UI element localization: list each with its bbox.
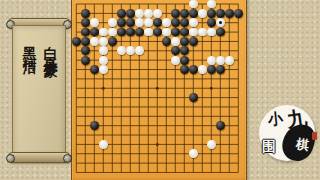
stone-white xyxy=(99,37,108,46)
stone-black xyxy=(81,56,90,65)
stone-black xyxy=(171,28,180,37)
stone-black xyxy=(216,9,225,18)
logo-char-jiu: 九 xyxy=(285,105,309,135)
stone-black xyxy=(207,65,216,74)
stone-black xyxy=(126,18,135,27)
video-thumbnail: 白 辜梓豪 黑 柯洁 小 九 围 棋 xyxy=(0,0,320,180)
logo-char-wei: 围 xyxy=(262,138,276,156)
stone-white xyxy=(189,28,198,37)
star-point xyxy=(102,87,105,90)
stone-black xyxy=(189,9,198,18)
scroll-roller-cap xyxy=(6,154,15,163)
stone-black xyxy=(189,93,198,102)
stone-white xyxy=(135,46,144,55)
logo-red-seal xyxy=(312,132,317,140)
stone-black xyxy=(180,56,189,65)
stone-black xyxy=(81,46,90,55)
stone-black xyxy=(81,28,90,37)
stone-black xyxy=(189,65,198,74)
stone-black xyxy=(171,46,180,55)
stone-white xyxy=(216,18,225,27)
player-scroll: 白 辜梓豪 黑 柯洁 xyxy=(8,18,68,163)
stone-black xyxy=(234,9,243,18)
stone-black xyxy=(90,65,99,74)
stone-black xyxy=(81,37,90,46)
stone-black xyxy=(81,9,90,18)
logo-char-qi: 棋 xyxy=(295,135,310,155)
stone-white xyxy=(171,37,180,46)
stone-black xyxy=(81,18,90,27)
star-point xyxy=(156,87,159,90)
stone-black xyxy=(153,18,162,27)
stone-white xyxy=(90,18,99,27)
stone-black xyxy=(180,46,189,55)
stone-white xyxy=(189,0,198,8)
scroll-body: 白 辜梓豪 黑 柯洁 xyxy=(12,25,66,158)
stone-white xyxy=(171,56,180,65)
stone-black xyxy=(90,121,99,130)
stone-white xyxy=(99,46,108,55)
stone-black xyxy=(117,9,126,18)
stone-black xyxy=(171,18,180,27)
stone-black xyxy=(108,37,117,46)
stone-black xyxy=(117,18,126,27)
stone-black xyxy=(216,28,225,37)
stone-white xyxy=(144,28,153,37)
scroll-bottom-roller xyxy=(8,152,70,163)
stone-white xyxy=(90,37,99,46)
stone-white xyxy=(207,56,216,65)
stone-white xyxy=(135,18,144,27)
stone-black xyxy=(162,37,171,46)
stone-black xyxy=(216,65,225,74)
stone-white xyxy=(207,28,216,37)
stone-black xyxy=(225,9,234,18)
stone-black xyxy=(216,121,225,130)
stone-black xyxy=(90,28,99,37)
stone-black xyxy=(180,28,189,37)
star-point xyxy=(210,87,213,90)
stone-black xyxy=(72,37,81,46)
stone-white xyxy=(99,56,108,65)
stone-black xyxy=(180,65,189,74)
stone-black xyxy=(180,18,189,27)
stone-white xyxy=(99,65,108,74)
stone-white xyxy=(126,46,135,55)
stone-black xyxy=(126,9,135,18)
logo-char-xiao: 小 xyxy=(267,109,284,129)
stone-white xyxy=(108,28,117,37)
channel-logo: 小 九 围 棋 xyxy=(256,101,318,173)
stone-white xyxy=(99,28,108,37)
stone-white xyxy=(216,56,225,65)
stone-white xyxy=(198,28,207,37)
white-player-line: 白 辜梓豪 xyxy=(40,35,61,150)
stone-white xyxy=(144,18,153,27)
stone-white xyxy=(162,28,171,37)
stone-white xyxy=(198,9,207,18)
stone-black xyxy=(180,37,189,46)
stone-black xyxy=(153,28,162,37)
stone-black xyxy=(207,18,216,27)
stone-white xyxy=(153,9,162,18)
black-player-line: 黑 柯洁 xyxy=(19,35,40,150)
stone-black xyxy=(171,9,180,18)
stone-white xyxy=(189,18,198,27)
stone-black xyxy=(180,9,189,18)
stone-white xyxy=(99,140,108,149)
logo-circle: 小 九 围 棋 xyxy=(259,105,315,161)
stone-black xyxy=(117,28,126,37)
stone-white xyxy=(198,65,207,74)
scroll-roller-cap xyxy=(63,154,72,163)
stone-white xyxy=(117,46,126,55)
stone-black xyxy=(207,9,216,18)
stone-white xyxy=(207,140,216,149)
stone-black xyxy=(126,28,135,37)
stone-white xyxy=(189,149,198,158)
stone-white xyxy=(108,18,117,27)
stone-white xyxy=(207,0,216,8)
go-board xyxy=(71,0,247,180)
stone-white xyxy=(144,9,153,18)
stone-black xyxy=(189,37,198,46)
stone-black xyxy=(135,28,144,37)
last-move-marker xyxy=(219,21,222,24)
player-names: 白 辜梓豪 黑 柯洁 xyxy=(15,35,61,150)
stone-white xyxy=(135,9,144,18)
stone-white xyxy=(162,18,171,27)
star-point xyxy=(156,143,159,146)
stone-white xyxy=(225,56,234,65)
